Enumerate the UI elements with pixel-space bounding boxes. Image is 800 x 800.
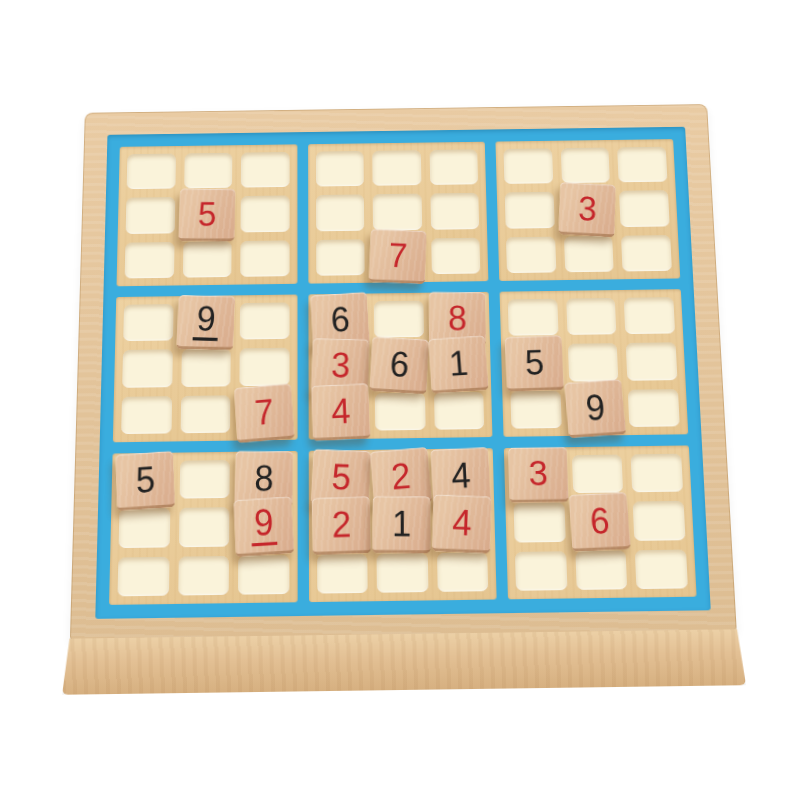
cell-r1-c2[interactable] xyxy=(184,153,233,189)
cell-r2-c5[interactable] xyxy=(373,194,422,230)
tile-digit: 6 xyxy=(389,345,410,381)
cell-r3-c5[interactable]: 7 xyxy=(373,238,422,275)
cell-r9-c9[interactable] xyxy=(635,549,688,589)
tile-digit: 6 xyxy=(330,300,351,336)
cell-r5-c2[interactable] xyxy=(181,349,231,387)
cell-r9-c7[interactable] xyxy=(515,551,567,591)
cell-r7-c9[interactable] xyxy=(631,454,683,493)
cell-r7-c3[interactable]: 8 xyxy=(239,459,289,498)
cell-r2-c1[interactable] xyxy=(126,197,175,233)
tile-r4c2-9-black[interactable]: 9 xyxy=(177,295,237,350)
cell-r9-c2[interactable] xyxy=(178,556,229,596)
tile-r6c8-9-black[interactable]: 9 xyxy=(564,379,627,438)
cell-r5-c9[interactable] xyxy=(626,343,677,381)
tile-digit: 5 xyxy=(135,460,155,498)
cell-r1-c6[interactable] xyxy=(429,149,478,185)
cell-r6-c4[interactable]: 4 xyxy=(316,393,366,431)
cell-r6-c8[interactable]: 9 xyxy=(569,390,620,428)
tile-digit: 5 xyxy=(198,196,218,230)
cell-r9-c3[interactable] xyxy=(238,555,289,595)
cell-r7-c7[interactable]: 3 xyxy=(512,455,563,494)
tile-r8c5-1-black[interactable]: 1 xyxy=(372,496,431,553)
cell-r3-c4[interactable] xyxy=(316,239,365,276)
cell-r3-c7[interactable] xyxy=(506,236,556,273)
tile-r5c6-1-black[interactable]: 1 xyxy=(428,335,489,393)
cell-r7-c6[interactable]: 4 xyxy=(435,456,486,495)
cell-r4-c8[interactable] xyxy=(566,298,617,335)
cell-r7-c5[interactable]: 2 xyxy=(376,457,427,496)
tile-digit: 6 xyxy=(588,501,610,539)
cell-r6-c9[interactable] xyxy=(628,389,680,427)
cell-r2-c8[interactable]: 3 xyxy=(562,191,612,227)
box-3-3: 36 xyxy=(504,445,696,599)
cell-r8-c5[interactable]: 1 xyxy=(376,505,427,544)
tile-digit: 4 xyxy=(451,503,471,541)
cell-r3-c2[interactable] xyxy=(182,241,231,278)
box-2-2: 683614 xyxy=(308,292,493,440)
tile-r3c5-7-red[interactable]: 7 xyxy=(369,229,428,284)
cell-r7-c1[interactable]: 5 xyxy=(120,461,171,500)
tile-digit: 9 xyxy=(250,503,277,547)
cell-r2-c7[interactable] xyxy=(505,192,555,228)
cell-r5-c4[interactable]: 3 xyxy=(316,347,366,385)
cell-r9-c6[interactable] xyxy=(437,552,489,592)
sudoku-board: 573976836145958952421436 xyxy=(74,94,726,703)
cell-r4-c3[interactable] xyxy=(240,302,289,339)
box-1-1: 5 xyxy=(117,144,298,286)
tile-digit: 7 xyxy=(388,238,408,273)
cell-r1-c5[interactable] xyxy=(372,150,421,186)
cell-r8-c6[interactable]: 4 xyxy=(436,504,487,543)
cell-r8-c3[interactable]: 9 xyxy=(238,507,289,546)
cell-r1-c9[interactable] xyxy=(618,147,668,183)
cell-r9-c5[interactable] xyxy=(377,553,428,593)
tile-digit: 4 xyxy=(331,392,351,429)
cell-r1-c8[interactable] xyxy=(561,148,611,184)
tile-r6c3-7-red[interactable]: 7 xyxy=(234,384,295,444)
cell-r9-c1[interactable] xyxy=(117,556,169,596)
cell-r5-c5[interactable]: 6 xyxy=(375,346,425,384)
tile-r8c4-2-red[interactable]: 2 xyxy=(312,496,372,554)
tile-r5c5-6-black[interactable]: 6 xyxy=(369,336,429,393)
tile-digit: 4 xyxy=(450,456,471,493)
tile-digit: 1 xyxy=(392,504,411,541)
tile-r7c1-5-black[interactable]: 5 xyxy=(115,451,175,511)
tile-digit: 3 xyxy=(331,346,351,382)
cell-r2-c4[interactable] xyxy=(316,195,365,231)
cell-r6-c6[interactable] xyxy=(434,391,485,429)
cell-r3-c1[interactable] xyxy=(125,242,175,279)
tile-digit: 5 xyxy=(524,344,545,380)
box-1-2: 7 xyxy=(308,142,489,284)
tile-digit: 7 xyxy=(253,393,274,430)
tile-digit: 3 xyxy=(528,455,548,492)
cell-r1-c7[interactable] xyxy=(504,148,553,184)
tile-digit: 1 xyxy=(447,344,469,381)
tile-digit: 9 xyxy=(193,300,220,341)
cell-r7-c4[interactable]: 5 xyxy=(316,458,367,497)
cell-r5-c1[interactable] xyxy=(122,350,172,388)
cell-r8-c7[interactable] xyxy=(514,503,566,542)
box-1-3: 3 xyxy=(496,139,680,281)
cell-r6-c2[interactable] xyxy=(180,395,230,433)
cell-r4-c9[interactable] xyxy=(624,297,675,334)
tile-digit: 3 xyxy=(577,190,597,225)
cell-r5-c3[interactable] xyxy=(240,348,290,386)
cell-r9-c8[interactable] xyxy=(575,550,627,590)
box-3-1: 589 xyxy=(109,451,297,605)
cell-r2-c2[interactable]: 5 xyxy=(183,197,232,233)
cell-r8-c2[interactable] xyxy=(178,507,229,546)
cell-r5-c8[interactable] xyxy=(568,343,619,381)
cell-r6-c5[interactable] xyxy=(375,392,425,430)
tile-digit: 2 xyxy=(332,505,352,543)
box-3-2: 524214 xyxy=(308,448,497,602)
tile-r2c2-5-red[interactable]: 5 xyxy=(179,189,237,241)
tile-digit: 5 xyxy=(331,457,352,494)
cell-r4-c1[interactable] xyxy=(123,304,173,341)
cell-r2-c3[interactable] xyxy=(241,196,290,232)
cell-r3-c6[interactable] xyxy=(431,237,481,274)
board-front-edge xyxy=(61,629,746,695)
board-frame: 573976836145958952421436 xyxy=(70,104,737,645)
tile-r2c8-3-red[interactable]: 3 xyxy=(558,182,616,237)
tile-r8c3-9-red[interactable]: 9 xyxy=(233,496,294,556)
cell-r1-c3[interactable] xyxy=(241,152,289,188)
cell-r2-c9[interactable] xyxy=(619,190,669,226)
cell-r6-c7[interactable] xyxy=(511,390,562,428)
tile-r8c8-6-red[interactable]: 6 xyxy=(568,492,631,551)
tile-digit: 9 xyxy=(584,389,606,426)
cell-r1-c1[interactable] xyxy=(127,154,176,190)
cell-r4-c4[interactable]: 6 xyxy=(316,301,365,338)
box-2-1: 97 xyxy=(113,295,297,443)
cell-r8-c9[interactable] xyxy=(633,501,685,540)
tile-r8c6-4-red[interactable]: 4 xyxy=(431,494,491,553)
sudoku-grid: 573976836145958952421436 xyxy=(109,139,697,605)
tile-digit: 8 xyxy=(448,299,467,334)
cell-r4-c7[interactable] xyxy=(508,299,558,336)
cell-r4-c5[interactable] xyxy=(374,301,424,338)
cell-r4-c6[interactable]: 8 xyxy=(432,300,482,337)
cell-r7-c8[interactable] xyxy=(572,455,624,494)
tile-digit: 2 xyxy=(390,456,412,494)
cell-r5-c7[interactable]: 5 xyxy=(509,344,560,382)
cell-r9-c4[interactable] xyxy=(317,554,368,594)
cell-r3-c9[interactable] xyxy=(621,235,672,272)
cell-r2-c6[interactable] xyxy=(430,193,479,229)
box-2-3: 59 xyxy=(500,289,688,437)
cell-r1-c4[interactable] xyxy=(316,151,364,187)
board-inner-panel: 573976836145958952421436 xyxy=(95,127,710,619)
cell-r7-c2[interactable] xyxy=(179,460,230,499)
tile-digit: 8 xyxy=(254,459,274,496)
cell-r3-c3[interactable] xyxy=(240,240,289,277)
cell-r8-c4[interactable]: 2 xyxy=(317,506,368,545)
tile-r6c4-4-red[interactable]: 4 xyxy=(311,383,371,441)
cell-r6-c3[interactable]: 7 xyxy=(239,394,289,432)
cell-r4-c2[interactable]: 9 xyxy=(182,303,232,340)
tile-r7c7-3-red[interactable]: 3 xyxy=(508,447,568,504)
cell-r8-c1[interactable] xyxy=(119,508,170,547)
cell-r3-c8[interactable] xyxy=(564,236,614,273)
cell-r6-c1[interactable] xyxy=(121,396,172,434)
cell-r8-c8[interactable]: 6 xyxy=(573,502,625,541)
cell-r5-c6[interactable]: 1 xyxy=(433,345,483,383)
tile-r5c7-5-black[interactable]: 5 xyxy=(505,335,565,391)
